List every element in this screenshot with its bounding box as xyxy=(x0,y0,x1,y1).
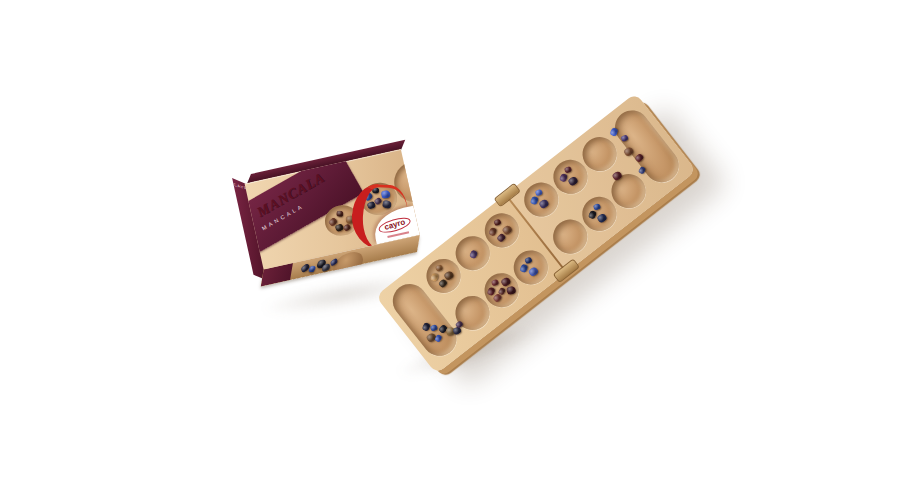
stone xyxy=(538,198,550,210)
stone xyxy=(491,279,500,287)
stone xyxy=(430,272,439,282)
stone xyxy=(336,210,343,217)
stone xyxy=(506,285,517,295)
stone xyxy=(524,256,533,264)
stone xyxy=(596,212,608,224)
stone xyxy=(567,175,579,187)
stone xyxy=(488,227,497,237)
stone xyxy=(620,134,629,142)
box-bottom-pit-photo xyxy=(332,249,365,279)
stone xyxy=(430,324,439,332)
stone xyxy=(530,196,539,206)
stone xyxy=(564,166,573,174)
stone xyxy=(559,173,568,183)
stone xyxy=(493,218,502,226)
stone xyxy=(435,264,444,272)
stone xyxy=(342,223,351,232)
stone xyxy=(469,249,478,259)
stone xyxy=(519,263,528,273)
product-photo-scene: CAYRO mancala MANCALA MANCALA cayro xyxy=(0,0,900,490)
stone xyxy=(588,210,597,220)
stone xyxy=(308,265,317,272)
stone xyxy=(434,334,443,343)
stone xyxy=(593,203,602,211)
stone xyxy=(527,266,539,278)
stone xyxy=(535,188,544,196)
